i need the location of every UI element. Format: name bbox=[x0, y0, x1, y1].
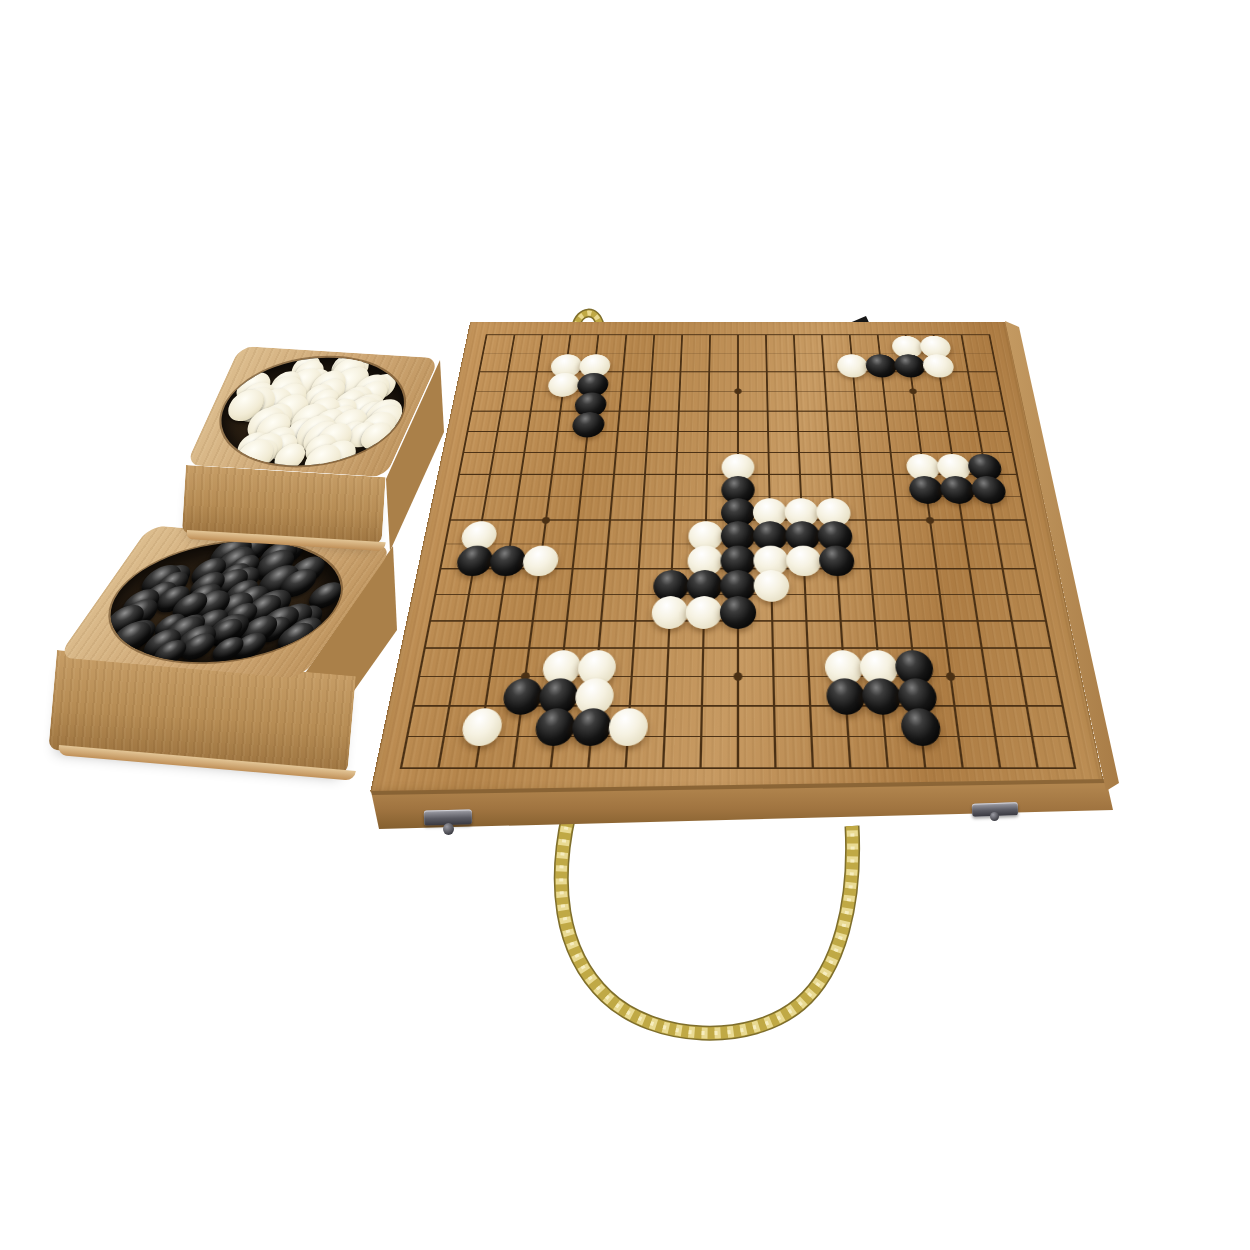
rope-handle-icon bbox=[561, 814, 852, 1033]
front-clasp-left-knob bbox=[443, 823, 454, 835]
board-box-sides bbox=[0, 0, 1250, 1250]
board-right-side bbox=[1005, 321, 1119, 791]
front-clasp-right-knob bbox=[990, 812, 999, 821]
product-photo-scene bbox=[0, 0, 1250, 1250]
